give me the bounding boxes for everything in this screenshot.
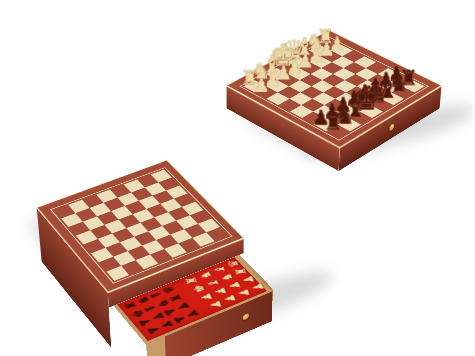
- drawer-piece-light-p: ♟: [208, 299, 224, 309]
- drawer-piece-light-p: ♟: [236, 288, 252, 298]
- drawer-knob-icon: [243, 313, 249, 321]
- closed-chess-box: ♜♞♝♛♚♝♞♜♟♟♟♟♟♟♟♟♜♞♝♛♚♝♞♜♟♟♟♟♟♟♟♟: [37, 160, 244, 292]
- board-knob-icon: [389, 123, 394, 132]
- black-piece-glyph: ♜: [323, 112, 343, 134]
- drawer-piece-light-p: ♟: [250, 282, 267, 293]
- drawer-piece-light-p: ♟: [222, 293, 239, 303]
- white-piece-glyph: ♟: [253, 76, 270, 95]
- product-photo-stage: ♜♞♝♛♚♝♞♜♟♟♟♟♟♟♟♟♜♞♝♛♚♝♞♜♟♟♟♟♟♟♟♟ ♜♞♝♛♚♝♞…: [0, 0, 475, 356]
